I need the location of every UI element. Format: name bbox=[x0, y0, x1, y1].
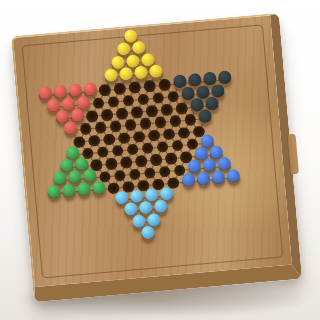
hole-r10c5[interactable] bbox=[135, 155, 147, 167]
peg-green[interactable] bbox=[91, 180, 105, 194]
hole-r6c6[interactable] bbox=[146, 105, 158, 117]
peg-blue[interactable] bbox=[211, 170, 225, 184]
hole-r6c3[interactable] bbox=[101, 109, 113, 121]
peg-blue[interactable] bbox=[226, 168, 240, 182]
hole-r6c7[interactable] bbox=[161, 103, 173, 115]
peg-blue[interactable] bbox=[196, 171, 210, 185]
peg-red[interactable] bbox=[70, 108, 84, 122]
hole-r6c4[interactable] bbox=[116, 107, 128, 119]
star-grid bbox=[32, 23, 245, 245]
hole-r6c2[interactable] bbox=[86, 110, 98, 122]
peg-green[interactable] bbox=[61, 183, 75, 197]
hole-r10c7[interactable] bbox=[165, 152, 177, 164]
peg-blue[interactable] bbox=[181, 172, 195, 186]
photo-background bbox=[0, 0, 320, 320]
hole-r10c4[interactable] bbox=[120, 156, 132, 168]
peg-light-blue[interactable] bbox=[140, 225, 154, 239]
hole-r6c5[interactable] bbox=[131, 106, 143, 118]
game-board bbox=[11, 13, 302, 302]
lid-notch bbox=[286, 134, 298, 175]
peg-green[interactable] bbox=[47, 184, 61, 198]
hole-r10c6[interactable] bbox=[150, 154, 162, 166]
hole-r6c8[interactable] bbox=[176, 102, 188, 114]
peg-green[interactable] bbox=[76, 182, 90, 196]
peg-black[interactable] bbox=[204, 96, 218, 110]
